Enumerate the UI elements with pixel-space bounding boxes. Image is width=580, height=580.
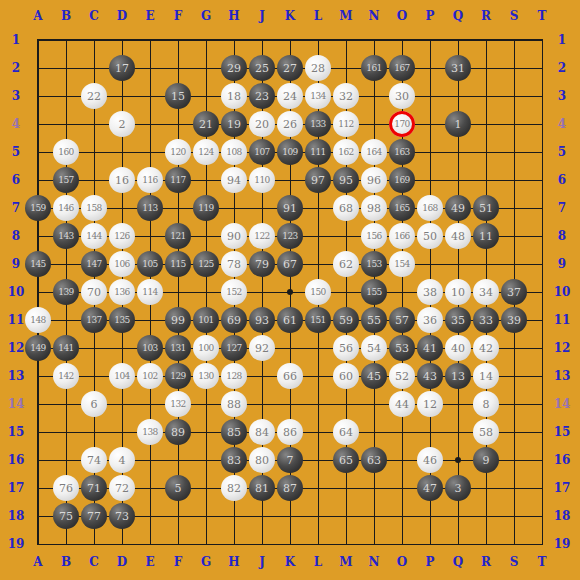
board-cell[interactable] xyxy=(80,138,108,166)
black-stone[interactable]: 157 xyxy=(53,167,79,193)
board-cell[interactable] xyxy=(500,82,528,110)
board-cell[interactable] xyxy=(304,334,332,362)
board-cell[interactable]: 168 xyxy=(416,194,444,222)
board-cell[interactable] xyxy=(500,362,528,390)
board-cell[interactable]: 89 xyxy=(164,418,192,446)
board-cell[interactable] xyxy=(500,54,528,82)
board-cell[interactable] xyxy=(80,110,108,138)
white-stone[interactable]: 6 xyxy=(81,391,107,417)
board-cell[interactable]: 20 xyxy=(248,110,276,138)
white-stone[interactable]: 116 xyxy=(137,167,163,193)
white-stone[interactable]: 128 xyxy=(221,363,247,389)
board-cell[interactable] xyxy=(472,502,500,530)
board-cell[interactable]: 81 xyxy=(248,474,276,502)
board-cell[interactable]: 28 xyxy=(304,54,332,82)
black-stone[interactable]: 169 xyxy=(389,167,415,193)
board-cell[interactable] xyxy=(276,502,304,530)
black-stone[interactable]: 121 xyxy=(165,223,191,249)
white-stone[interactable]: 10 xyxy=(445,279,471,305)
board-cell[interactable] xyxy=(500,194,528,222)
white-stone[interactable]: 156 xyxy=(361,223,387,249)
board-cell[interactable]: 143 xyxy=(52,222,80,250)
board-cell[interactable] xyxy=(500,418,528,446)
board-cell[interactable]: 152 xyxy=(220,278,248,306)
board-cell[interactable] xyxy=(444,502,472,530)
black-stone[interactable]: 91 xyxy=(277,195,303,221)
black-stone[interactable]: 127 xyxy=(221,335,247,361)
board-cell[interactable]: 40 xyxy=(444,334,472,362)
board-cell[interactable] xyxy=(108,26,136,54)
board-cell[interactable] xyxy=(416,138,444,166)
board-cell[interactable]: 63 xyxy=(360,446,388,474)
black-stone[interactable]: 107 xyxy=(249,139,275,165)
board-cell[interactable]: 67 xyxy=(276,250,304,278)
board-cell[interactable]: 8 xyxy=(472,390,500,418)
board-cell[interactable]: 170 xyxy=(388,110,416,138)
black-stone[interactable]: 95 xyxy=(333,167,359,193)
board-cell[interactable] xyxy=(500,390,528,418)
black-stone[interactable]: 35 xyxy=(445,307,471,333)
board-cell[interactable]: 109 xyxy=(276,138,304,166)
board-cell[interactable]: 49 xyxy=(444,194,472,222)
white-stone[interactable]: 126 xyxy=(109,223,135,249)
board-cell[interactable] xyxy=(192,82,220,110)
board-cell[interactable]: 25 xyxy=(248,54,276,82)
board-cell[interactable]: 127 xyxy=(220,334,248,362)
board-cell[interactable] xyxy=(248,194,276,222)
board-cell[interactable] xyxy=(304,250,332,278)
black-stone[interactable]: 117 xyxy=(165,167,191,193)
board-cell[interactable]: 21 xyxy=(192,110,220,138)
board-cell[interactable]: 169 xyxy=(388,166,416,194)
black-stone[interactable]: 71 xyxy=(81,475,107,501)
black-stone[interactable]: 57 xyxy=(389,307,415,333)
board-cell[interactable]: 153 xyxy=(360,250,388,278)
board-cell[interactable]: 144 xyxy=(80,222,108,250)
board-cell[interactable] xyxy=(360,110,388,138)
board-cell[interactable]: 33 xyxy=(472,306,500,334)
board-cell[interactable]: 91 xyxy=(276,194,304,222)
white-stone[interactable]: 108 xyxy=(221,139,247,165)
black-stone[interactable]: 125 xyxy=(193,251,219,277)
board-cell[interactable] xyxy=(52,82,80,110)
board-cell[interactable] xyxy=(220,502,248,530)
black-stone[interactable]: 137 xyxy=(81,307,107,333)
black-stone[interactable]: 105 xyxy=(137,251,163,277)
board-cell[interactable]: 137 xyxy=(80,306,108,334)
board-cell[interactable] xyxy=(52,26,80,54)
board-cell[interactable]: 34 xyxy=(472,278,500,306)
board-cell[interactable] xyxy=(248,502,276,530)
board-cell[interactable]: 23 xyxy=(248,82,276,110)
board-cell[interactable] xyxy=(164,446,192,474)
board-cell[interactable] xyxy=(472,82,500,110)
board-cell[interactable]: 133 xyxy=(304,110,332,138)
white-stone[interactable]: 160 xyxy=(53,139,79,165)
white-stone[interactable]: 2 xyxy=(109,111,135,137)
board-cell[interactable]: 7 xyxy=(276,446,304,474)
white-stone[interactable]: 50 xyxy=(417,223,443,249)
board-cell[interactable]: 78 xyxy=(220,250,248,278)
white-stone[interactable]: 134 xyxy=(305,83,331,109)
board-cell[interactable]: 16 xyxy=(108,166,136,194)
board-cell[interactable]: 148 xyxy=(24,306,52,334)
board-cell[interactable] xyxy=(304,222,332,250)
board-cell[interactable]: 134 xyxy=(304,82,332,110)
board-cell[interactable]: 45 xyxy=(360,362,388,390)
board-cell[interactable]: 41 xyxy=(416,334,444,362)
board-cell[interactable] xyxy=(136,222,164,250)
white-stone[interactable]: 122 xyxy=(249,223,275,249)
black-stone[interactable]: 53 xyxy=(389,335,415,361)
board-cell[interactable] xyxy=(332,26,360,54)
board-cell[interactable]: 18 xyxy=(220,82,248,110)
black-stone[interactable]: 51 xyxy=(473,195,499,221)
board-cell[interactable]: 106 xyxy=(108,250,136,278)
white-stone[interactable]: 4 xyxy=(109,447,135,473)
board-cell[interactable] xyxy=(472,26,500,54)
white-stone[interactable]: 14 xyxy=(473,363,499,389)
board-cell[interactable]: 74 xyxy=(80,446,108,474)
board-cell[interactable] xyxy=(472,138,500,166)
board-cell[interactable] xyxy=(276,278,304,306)
board-cell[interactable]: 51 xyxy=(472,194,500,222)
board-cell[interactable] xyxy=(192,418,220,446)
black-stone[interactable]: 23 xyxy=(249,83,275,109)
board-cell[interactable]: 116 xyxy=(136,166,164,194)
board-cell[interactable] xyxy=(444,390,472,418)
board-cell[interactable]: 97 xyxy=(304,166,332,194)
white-stone[interactable]: 112 xyxy=(333,111,359,137)
board-cell[interactable]: 66 xyxy=(276,362,304,390)
white-stone[interactable]: 130 xyxy=(193,363,219,389)
board-cell[interactable] xyxy=(360,502,388,530)
board-cell[interactable]: 4 xyxy=(108,446,136,474)
white-stone[interactable]: 38 xyxy=(417,279,443,305)
board-cell[interactable]: 84 xyxy=(248,418,276,446)
board-cell[interactable] xyxy=(52,110,80,138)
black-stone[interactable]: 97 xyxy=(305,167,331,193)
board-cell[interactable]: 48 xyxy=(444,222,472,250)
board-cell[interactable] xyxy=(500,446,528,474)
black-stone[interactable]: 135 xyxy=(109,307,135,333)
board-cell[interactable]: 79 xyxy=(248,250,276,278)
board-cell[interactable]: 150 xyxy=(304,278,332,306)
board-cell[interactable] xyxy=(332,54,360,82)
board-cell[interactable]: 105 xyxy=(136,250,164,278)
board-cell[interactable] xyxy=(444,138,472,166)
board-cell[interactable]: 9 xyxy=(472,446,500,474)
board-cell[interactable]: 72 xyxy=(108,474,136,502)
black-stone[interactable]: 99 xyxy=(165,307,191,333)
black-stone[interactable]: 11 xyxy=(473,223,499,249)
board-cell[interactable] xyxy=(136,306,164,334)
board-cell[interactable]: 19 xyxy=(220,110,248,138)
board-cell[interactable]: 164 xyxy=(360,138,388,166)
black-stone[interactable]: 19 xyxy=(221,111,247,137)
white-stone[interactable]: 68 xyxy=(333,195,359,221)
white-stone[interactable]: 16 xyxy=(109,167,135,193)
board-cell[interactable] xyxy=(80,166,108,194)
black-stone[interactable]: 119 xyxy=(193,195,219,221)
board-cell[interactable]: 165 xyxy=(388,194,416,222)
board-cell[interactable]: 3 xyxy=(444,474,472,502)
board-cell[interactable]: 108 xyxy=(220,138,248,166)
black-stone[interactable]: 153 xyxy=(361,251,387,277)
board-cell[interactable] xyxy=(388,278,416,306)
board-cell[interactable]: 37 xyxy=(500,278,528,306)
board-cell[interactable] xyxy=(80,362,108,390)
black-stone[interactable]: 145 xyxy=(25,251,51,277)
board-cell[interactable] xyxy=(332,474,360,502)
board-cell[interactable] xyxy=(108,418,136,446)
board-cell[interactable]: 93 xyxy=(248,306,276,334)
black-stone[interactable]: 17 xyxy=(109,55,135,81)
board-cell[interactable] xyxy=(220,26,248,54)
board-cell[interactable]: 11 xyxy=(472,222,500,250)
white-stone[interactable]: 138 xyxy=(137,419,163,445)
board-cell[interactable] xyxy=(192,278,220,306)
black-stone[interactable]: 31 xyxy=(445,55,471,81)
board-cell[interactable]: 27 xyxy=(276,54,304,82)
board-cell[interactable] xyxy=(472,110,500,138)
board-cell[interactable] xyxy=(388,474,416,502)
board-cell[interactable] xyxy=(192,166,220,194)
board-cell[interactable]: 125 xyxy=(192,250,220,278)
board-cell[interactable] xyxy=(304,194,332,222)
black-stone[interactable]: 45 xyxy=(361,363,387,389)
white-stone[interactable]: 24 xyxy=(277,83,303,109)
board-cell[interactable]: 70 xyxy=(80,278,108,306)
white-stone[interactable]: 80 xyxy=(249,447,275,473)
board-cell[interactable] xyxy=(108,390,136,418)
black-stone[interactable]: 73 xyxy=(109,503,135,529)
black-stone[interactable]: 115 xyxy=(165,251,191,277)
board-cell[interactable]: 32 xyxy=(332,82,360,110)
board-cell[interactable]: 14 xyxy=(472,362,500,390)
white-stone[interactable]: 62 xyxy=(333,251,359,277)
white-stone[interactable]: 28 xyxy=(305,55,331,81)
board-cell[interactable]: 101 xyxy=(192,306,220,334)
board-cell[interactable] xyxy=(416,26,444,54)
board-cell[interactable] xyxy=(192,502,220,530)
board-cell[interactable]: 158 xyxy=(80,194,108,222)
white-stone[interactable]: 96 xyxy=(361,167,387,193)
white-stone[interactable]: 26 xyxy=(277,111,303,137)
board-cell[interactable] xyxy=(276,166,304,194)
black-stone[interactable]: 37 xyxy=(501,279,527,305)
board-cell[interactable]: 121 xyxy=(164,222,192,250)
white-stone[interactable]: 168 xyxy=(417,195,443,221)
white-stone[interactable]: 142 xyxy=(53,363,79,389)
board-cell[interactable]: 156 xyxy=(360,222,388,250)
black-stone[interactable]: 77 xyxy=(81,503,107,529)
board-cell[interactable] xyxy=(500,250,528,278)
white-stone[interactable]: 166 xyxy=(389,223,415,249)
board-cell[interactable]: 117 xyxy=(164,166,192,194)
board-cell[interactable] xyxy=(444,446,472,474)
white-stone[interactable]: 46 xyxy=(417,447,443,473)
black-stone[interactable]: 79 xyxy=(249,251,275,277)
board-cell[interactable] xyxy=(304,26,332,54)
black-stone[interactable]: 29 xyxy=(221,55,247,81)
white-stone[interactable]: 40 xyxy=(445,335,471,361)
white-stone[interactable]: 164 xyxy=(361,139,387,165)
board-cell[interactable] xyxy=(500,166,528,194)
white-stone[interactable]: 74 xyxy=(81,447,107,473)
board-cell[interactable] xyxy=(136,54,164,82)
white-stone[interactable]: 30 xyxy=(389,83,415,109)
board-cell[interactable]: 161 xyxy=(360,54,388,82)
white-stone[interactable]: 86 xyxy=(277,419,303,445)
black-stone[interactable]: 75 xyxy=(53,503,79,529)
board-cell[interactable] xyxy=(472,54,500,82)
board-cell[interactable]: 10 xyxy=(444,278,472,306)
white-stone[interactable]: 60 xyxy=(333,363,359,389)
white-stone[interactable]: 100 xyxy=(193,335,219,361)
board-cell[interactable]: 115 xyxy=(164,250,192,278)
board-cell[interactable]: 104 xyxy=(108,362,136,390)
board-cell[interactable] xyxy=(444,26,472,54)
black-stone[interactable]: 25 xyxy=(249,55,275,81)
board-cell[interactable]: 160 xyxy=(52,138,80,166)
board-cell[interactable]: 98 xyxy=(360,194,388,222)
white-stone[interactable]: 42 xyxy=(473,335,499,361)
board-cell[interactable] xyxy=(472,166,500,194)
board-cell[interactable] xyxy=(192,222,220,250)
black-stone[interactable]: 129 xyxy=(165,363,191,389)
board-cell[interactable] xyxy=(164,54,192,82)
white-stone[interactable]: 158 xyxy=(81,195,107,221)
white-stone[interactable]: 20 xyxy=(249,111,275,137)
board-cell[interactable] xyxy=(108,138,136,166)
board-cell[interactable]: 141 xyxy=(52,334,80,362)
board-cell[interactable] xyxy=(52,306,80,334)
white-stone[interactable]: 56 xyxy=(333,335,359,361)
board-cell[interactable]: 112 xyxy=(332,110,360,138)
board-cell[interactable]: 58 xyxy=(472,418,500,446)
black-stone[interactable]: 101 xyxy=(193,307,219,333)
board-cell[interactable]: 86 xyxy=(276,418,304,446)
board-cell[interactable] xyxy=(192,390,220,418)
board-cell[interactable]: 166 xyxy=(388,222,416,250)
board-cell[interactable]: 100 xyxy=(192,334,220,362)
white-stone[interactable]: 114 xyxy=(137,279,163,305)
black-stone[interactable]: 123 xyxy=(277,223,303,249)
board-cell[interactable]: 155 xyxy=(360,278,388,306)
stone-last-move[interactable]: 170 xyxy=(389,111,415,137)
board-cell[interactable]: 113 xyxy=(136,194,164,222)
board-cell[interactable]: 52 xyxy=(388,362,416,390)
black-stone[interactable]: 13 xyxy=(445,363,471,389)
black-stone[interactable]: 81 xyxy=(249,475,275,501)
board-cell[interactable]: 31 xyxy=(444,54,472,82)
board-cell[interactable]: 29 xyxy=(220,54,248,82)
white-stone[interactable]: 12 xyxy=(417,391,443,417)
board-cell[interactable] xyxy=(52,54,80,82)
black-stone[interactable]: 111 xyxy=(305,139,331,165)
board-cell[interactable]: 15 xyxy=(164,82,192,110)
black-stone[interactable]: 163 xyxy=(389,139,415,165)
board-cell[interactable]: 111 xyxy=(304,138,332,166)
board-cell[interactable]: 17 xyxy=(108,54,136,82)
board-cell[interactable] xyxy=(500,110,528,138)
board-cell[interactable]: 46 xyxy=(416,446,444,474)
board-cell[interactable] xyxy=(248,362,276,390)
white-stone[interactable]: 120 xyxy=(165,139,191,165)
white-stone[interactable]: 162 xyxy=(333,139,359,165)
board-cell[interactable]: 47 xyxy=(416,474,444,502)
board-cell[interactable] xyxy=(388,418,416,446)
board-cell[interactable]: 126 xyxy=(108,222,136,250)
black-stone[interactable]: 165 xyxy=(389,195,415,221)
white-stone[interactable]: 32 xyxy=(333,83,359,109)
white-stone[interactable]: 144 xyxy=(81,223,107,249)
board-cell[interactable] xyxy=(444,250,472,278)
white-stone[interactable]: 98 xyxy=(361,195,387,221)
board-cell[interactable] xyxy=(500,334,528,362)
board-cell[interactable] xyxy=(304,390,332,418)
board-cell[interactable]: 69 xyxy=(220,306,248,334)
white-stone[interactable]: 36 xyxy=(417,307,443,333)
board-cell[interactable] xyxy=(500,474,528,502)
board-cell[interactable] xyxy=(80,418,108,446)
board-cell[interactable]: 83 xyxy=(220,446,248,474)
black-stone[interactable]: 47 xyxy=(417,475,443,501)
black-stone[interactable]: 93 xyxy=(249,307,275,333)
board-cell[interactable] xyxy=(136,138,164,166)
board-cell[interactable]: 147 xyxy=(80,250,108,278)
black-stone[interactable]: 147 xyxy=(81,251,107,277)
board-cell[interactable]: 80 xyxy=(248,446,276,474)
board-cell[interactable] xyxy=(388,26,416,54)
board-cell[interactable] xyxy=(248,390,276,418)
board-cell[interactable]: 149 xyxy=(24,334,52,362)
board-cell[interactable] xyxy=(108,334,136,362)
board-cell[interactable]: 65 xyxy=(332,446,360,474)
board-cell[interactable]: 71 xyxy=(80,474,108,502)
board-cell[interactable]: 99 xyxy=(164,306,192,334)
board-cell[interactable] xyxy=(304,362,332,390)
white-stone[interactable]: 106 xyxy=(109,251,135,277)
board-cell[interactable]: 5 xyxy=(164,474,192,502)
board-cell[interactable]: 119 xyxy=(192,194,220,222)
board-cell[interactable] xyxy=(136,390,164,418)
board-cell[interactable] xyxy=(360,26,388,54)
board-cell[interactable]: 61 xyxy=(276,306,304,334)
board-cell[interactable] xyxy=(136,474,164,502)
board-cell[interactable]: 139 xyxy=(52,278,80,306)
board-cell[interactable]: 136 xyxy=(108,278,136,306)
white-stone[interactable]: 90 xyxy=(221,223,247,249)
board-cell[interactable] xyxy=(80,26,108,54)
board-cell[interactable]: 60 xyxy=(332,362,360,390)
board-cell[interactable]: 123 xyxy=(276,222,304,250)
board-cell[interactable] xyxy=(472,250,500,278)
board-cell[interactable]: 162 xyxy=(332,138,360,166)
white-stone[interactable]: 44 xyxy=(389,391,415,417)
board-cell[interactable]: 159 xyxy=(24,194,52,222)
white-stone[interactable]: 76 xyxy=(53,475,79,501)
white-stone[interactable]: 110 xyxy=(249,167,275,193)
white-stone[interactable]: 58 xyxy=(473,419,499,445)
board-cell[interactable]: 124 xyxy=(192,138,220,166)
board-cell[interactable]: 131 xyxy=(164,334,192,362)
white-stone[interactable]: 154 xyxy=(389,251,415,277)
white-stone[interactable]: 124 xyxy=(193,139,219,165)
board-cell[interactable] xyxy=(332,390,360,418)
board-cell[interactable] xyxy=(416,502,444,530)
